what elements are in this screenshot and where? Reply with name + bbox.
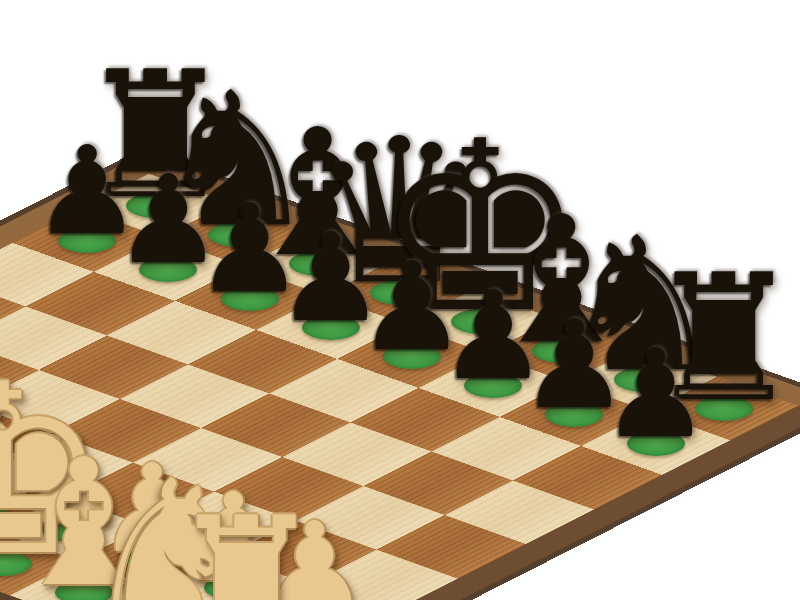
piece-black-pawn-h7: ♟	[601, 333, 710, 455]
piece-white-rook-h1: ♜	[168, 493, 325, 600]
chess-set-photo: ♜♞♝♛♚♝♞♜♟♟♟♟♟♟♟♟♟♟♟♟♟♟♟♟♜♞♝♛♚♝♞♜	[0, 0, 800, 600]
